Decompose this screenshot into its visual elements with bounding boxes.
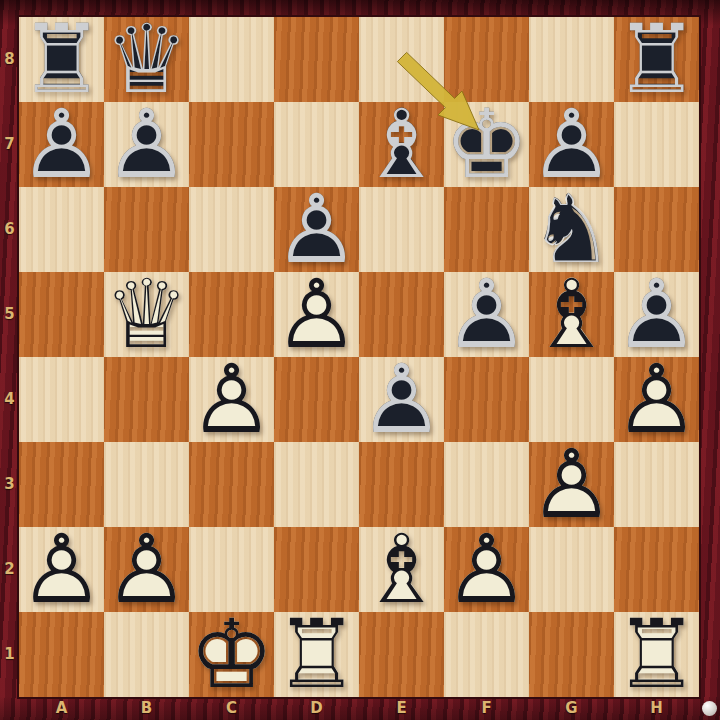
piece-black-pawn: ♟♙ <box>444 272 529 357</box>
square-b2[interactable]: ♟♙ <box>104 527 189 612</box>
piece-white-bishop: ♝♗ <box>529 272 614 357</box>
rank-label-8: 8 <box>0 17 19 102</box>
piece-black-king: ♚♔ <box>444 102 529 187</box>
square-c6[interactable] <box>189 187 274 272</box>
square-b5[interactable]: ♛♕ <box>104 272 189 357</box>
piece-black-pawn: ♟♙ <box>19 102 104 187</box>
piece-white-pawn: ♟♙ <box>189 357 274 442</box>
square-e2[interactable]: ♝♗ <box>359 527 444 612</box>
square-a7[interactable]: ♟♙ <box>19 102 104 187</box>
piece-white-pawn: ♟♙ <box>444 527 529 612</box>
piece-black-bishop: ♝♗ <box>359 102 444 187</box>
file-label-d: D <box>274 697 359 720</box>
chess-board: ♜♖♛♕♜♖♟♙♟♙♝♗♚♔♟♙♟♙♞♘♛♕♟♙♟♙♝♗♟♙♟♙♟♙♟♙♟♙♟♙… <box>19 17 699 697</box>
square-d5[interactable]: ♟♙ <box>274 272 359 357</box>
rank-label-2: 2 <box>0 527 19 612</box>
square-e1[interactable] <box>359 612 444 697</box>
square-f7[interactable]: ♚♔ <box>444 102 529 187</box>
square-a1[interactable] <box>19 612 104 697</box>
square-b4[interactable] <box>104 357 189 442</box>
piece-black-rook: ♜♖ <box>614 17 699 102</box>
square-a6[interactable] <box>19 187 104 272</box>
piece-white-pawn: ♟♙ <box>19 527 104 612</box>
chess-diagram-page: { "game": "chess", "position": { "fen": … <box>0 0 720 720</box>
file-label-g: G <box>529 697 614 720</box>
square-a5[interactable] <box>19 272 104 357</box>
square-d3[interactable] <box>274 442 359 527</box>
square-h3[interactable] <box>614 442 699 527</box>
square-c3[interactable] <box>189 442 274 527</box>
piece-white-rook: ♜♖ <box>274 612 359 697</box>
piece-white-pawn: ♟♙ <box>614 357 699 442</box>
file-label-h: H <box>614 697 699 720</box>
file-label-b: B <box>104 697 189 720</box>
square-h8[interactable]: ♜♖ <box>614 17 699 102</box>
square-e6[interactable] <box>359 187 444 272</box>
rank-label-4: 4 <box>0 357 19 442</box>
square-f4[interactable] <box>444 357 529 442</box>
piece-white-bishop: ♝♗ <box>359 527 444 612</box>
square-c8[interactable] <box>189 17 274 102</box>
square-g1[interactable] <box>529 612 614 697</box>
rank-label-7: 7 <box>0 102 19 187</box>
piece-white-pawn: ♟♙ <box>274 272 359 357</box>
square-h7[interactable] <box>614 102 699 187</box>
piece-white-pawn: ♟♙ <box>529 442 614 527</box>
square-d4[interactable] <box>274 357 359 442</box>
piece-white-king: ♚♔ <box>189 612 274 697</box>
square-h4[interactable]: ♟♙ <box>614 357 699 442</box>
square-g5[interactable]: ♝♗ <box>529 272 614 357</box>
square-f2[interactable]: ♟♙ <box>444 527 529 612</box>
square-g3[interactable]: ♟♙ <box>529 442 614 527</box>
square-c7[interactable] <box>189 102 274 187</box>
square-e4[interactable]: ♟♙ <box>359 357 444 442</box>
square-g2[interactable] <box>529 527 614 612</box>
rank-label-5: 5 <box>0 272 19 357</box>
square-d1[interactable]: ♜♖ <box>274 612 359 697</box>
rank-label-6: 6 <box>0 187 19 272</box>
square-a2[interactable]: ♟♙ <box>19 527 104 612</box>
square-h1[interactable]: ♜♖ <box>614 612 699 697</box>
file-label-a: A <box>19 697 104 720</box>
square-b7[interactable]: ♟♙ <box>104 102 189 187</box>
square-c1[interactable]: ♚♔ <box>189 612 274 697</box>
piece-black-pawn: ♟♙ <box>359 357 444 442</box>
square-a4[interactable] <box>19 357 104 442</box>
piece-white-queen: ♛♕ <box>104 272 189 357</box>
file-label-f: F <box>444 697 529 720</box>
piece-black-pawn: ♟♙ <box>104 102 189 187</box>
square-f1[interactable] <box>444 612 529 697</box>
piece-white-pawn: ♟♙ <box>104 527 189 612</box>
file-label-e: E <box>359 697 444 720</box>
square-c4[interactable]: ♟♙ <box>189 357 274 442</box>
square-d8[interactable] <box>274 17 359 102</box>
piece-white-rook: ♜♖ <box>614 612 699 697</box>
file-label-c: C <box>189 697 274 720</box>
square-b1[interactable] <box>104 612 189 697</box>
corner-dot <box>702 701 717 716</box>
square-f5[interactable]: ♟♙ <box>444 272 529 357</box>
square-e7[interactable]: ♝♗ <box>359 102 444 187</box>
rank-label-1: 1 <box>0 612 19 697</box>
rank-label-3: 3 <box>0 442 19 527</box>
